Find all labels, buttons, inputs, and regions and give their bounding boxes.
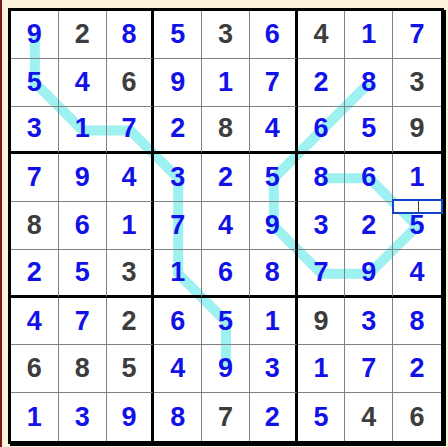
- sudoku-grid[interactable]: 9285364175469172833172846597943258618617…: [11, 11, 441, 441]
- cell-r7c1[interactable]: 4: [11, 298, 59, 346]
- cell-r2c8[interactable]: 8: [345, 59, 393, 107]
- cell-r3c5[interactable]: 8: [202, 107, 250, 155]
- cell-r6c7[interactable]: 7: [298, 250, 346, 298]
- cell-r1c4[interactable]: 5: [154, 11, 202, 59]
- cell-r9c4[interactable]: 8: [154, 393, 202, 441]
- cell-r1c3[interactable]: 8: [107, 11, 155, 59]
- cell-r1c9[interactable]: 7: [393, 11, 441, 59]
- cell-r7c2[interactable]: 7: [59, 298, 107, 346]
- cell-r4c2[interactable]: 9: [59, 154, 107, 202]
- cell-r9c2[interactable]: 3: [59, 393, 107, 441]
- cell-r9c8[interactable]: 4: [345, 393, 393, 441]
- cell-r9c1[interactable]: 1: [11, 393, 59, 441]
- cell-r8c1[interactable]: 6: [11, 345, 59, 393]
- marker-divider-line: [418, 201, 419, 212]
- cell-r9c9[interactable]: 6: [393, 393, 441, 441]
- cell-r6c2[interactable]: 5: [59, 250, 107, 298]
- cell-r1c7[interactable]: 4: [298, 11, 346, 59]
- sudoku-board: 9285364175469172833172846597943258618617…: [8, 8, 444, 444]
- cell-r5c7[interactable]: 3: [298, 202, 346, 250]
- cell-r7c3[interactable]: 2: [107, 298, 155, 346]
- cell-r3c8[interactable]: 5: [345, 107, 393, 155]
- cell-r1c5[interactable]: 3: [202, 11, 250, 59]
- cell-r6c5[interactable]: 6: [202, 250, 250, 298]
- cell-r3c2[interactable]: 1: [59, 107, 107, 155]
- cell-r6c3[interactable]: 3: [107, 250, 155, 298]
- cell-r4c8[interactable]: 6: [345, 154, 393, 202]
- cell-r5c3[interactable]: 1: [107, 202, 155, 250]
- cell-r2c2[interactable]: 4: [59, 59, 107, 107]
- cell-r7c9[interactable]: 8: [393, 298, 441, 346]
- cell-r8c3[interactable]: 5: [107, 345, 155, 393]
- cell-r8c7[interactable]: 1: [298, 345, 346, 393]
- cell-r8c5[interactable]: 9: [202, 345, 250, 393]
- window-left-edge: [0, 0, 2, 447]
- cell-r2c4[interactable]: 9: [154, 59, 202, 107]
- cell-r7c6[interactable]: 1: [250, 298, 298, 346]
- cell-r8c2[interactable]: 8: [59, 345, 107, 393]
- cell-r3c7[interactable]: 6: [298, 107, 346, 155]
- cell-r4c1[interactable]: 7: [11, 154, 59, 202]
- cell-r1c8[interactable]: 1: [345, 11, 393, 59]
- cell-r3c9[interactable]: 9: [393, 107, 441, 155]
- cell-r9c6[interactable]: 2: [250, 393, 298, 441]
- cell-r1c6[interactable]: 6: [250, 11, 298, 59]
- cell-r8c9[interactable]: 2: [393, 345, 441, 393]
- cell-r6c1[interactable]: 2: [11, 250, 59, 298]
- cell-r6c4[interactable]: 1: [154, 250, 202, 298]
- cell-r2c9[interactable]: 3: [393, 59, 441, 107]
- cell-r2c5[interactable]: 1: [202, 59, 250, 107]
- cell-r3c1[interactable]: 3: [11, 107, 59, 155]
- cell-r4c4[interactable]: 3: [154, 154, 202, 202]
- cell-r6c8[interactable]: 9: [345, 250, 393, 298]
- cell-r7c5[interactable]: 5: [202, 298, 250, 346]
- cell-r5c4[interactable]: 7: [154, 202, 202, 250]
- cell-r9c3[interactable]: 9: [107, 393, 155, 441]
- cell-r2c1[interactable]: 5: [11, 59, 59, 107]
- cell-r8c8[interactable]: 7: [345, 345, 393, 393]
- cell-r4c5[interactable]: 2: [202, 154, 250, 202]
- cell-r1c1[interactable]: 9: [11, 11, 59, 59]
- cell-r9c5[interactable]: 7: [202, 393, 250, 441]
- cell-r9c7[interactable]: 5: [298, 393, 346, 441]
- cell-r4c3[interactable]: 4: [107, 154, 155, 202]
- cell-r2c7[interactable]: 2: [298, 59, 346, 107]
- cell-input-marker[interactable]: [392, 199, 443, 214]
- cell-r6c9[interactable]: 4: [393, 250, 441, 298]
- cell-r4c7[interactable]: 8: [298, 154, 346, 202]
- cell-r5c5[interactable]: 4: [202, 202, 250, 250]
- cell-r5c1[interactable]: 8: [11, 202, 59, 250]
- cell-r7c4[interactable]: 6: [154, 298, 202, 346]
- cell-r3c6[interactable]: 4: [250, 107, 298, 155]
- cell-r2c6[interactable]: 7: [250, 59, 298, 107]
- cell-r2c3[interactable]: 6: [107, 59, 155, 107]
- cell-r4c6[interactable]: 5: [250, 154, 298, 202]
- cell-r5c8[interactable]: 2: [345, 202, 393, 250]
- cell-r3c4[interactable]: 2: [154, 107, 202, 155]
- cell-r1c2[interactable]: 2: [59, 11, 107, 59]
- cell-r8c4[interactable]: 4: [154, 345, 202, 393]
- cell-r6c6[interactable]: 8: [250, 250, 298, 298]
- cell-r7c8[interactable]: 3: [345, 298, 393, 346]
- cell-r5c6[interactable]: 9: [250, 202, 298, 250]
- cell-r3c3[interactable]: 7: [107, 107, 155, 155]
- cell-r7c7[interactable]: 9: [298, 298, 346, 346]
- cell-r8c6[interactable]: 3: [250, 345, 298, 393]
- cell-r4c9[interactable]: 1: [393, 154, 441, 202]
- cell-r5c2[interactable]: 6: [59, 202, 107, 250]
